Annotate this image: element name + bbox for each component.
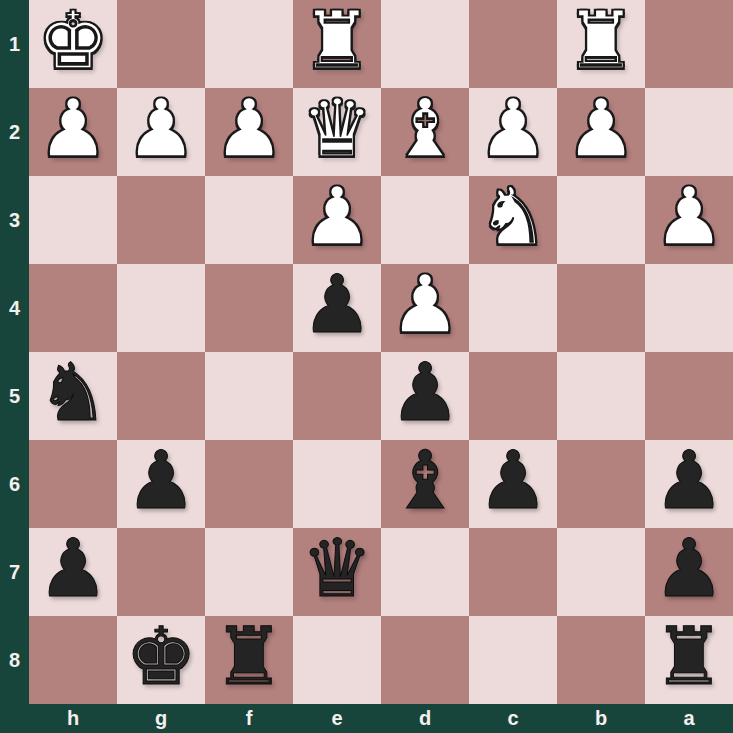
- square-e4[interactable]: ♟: [293, 264, 381, 352]
- rank-label-2: 2: [0, 88, 29, 176]
- rank-label-3: 3: [0, 176, 29, 264]
- file-label-g: g: [117, 704, 205, 733]
- square-d2[interactable]: ♝: [381, 88, 469, 176]
- square-e1[interactable]: ♜: [293, 0, 381, 88]
- square-g6[interactable]: ♟: [117, 440, 205, 528]
- square-h7[interactable]: ♟: [29, 528, 117, 616]
- square-c2[interactable]: ♟: [469, 88, 557, 176]
- rank-label-4: 4: [0, 264, 29, 352]
- white-rook[interactable]: ♜: [565, 0, 637, 85]
- square-g3[interactable]: [117, 176, 205, 264]
- square-c6[interactable]: ♟: [469, 440, 557, 528]
- white-bishop[interactable]: ♝: [389, 88, 461, 173]
- square-a6[interactable]: ♟: [645, 440, 733, 528]
- white-queen[interactable]: ♛: [301, 88, 373, 173]
- square-a2[interactable]: [645, 88, 733, 176]
- file-label-f: f: [205, 704, 293, 733]
- file-label-c: c: [469, 704, 557, 733]
- square-g4[interactable]: [117, 264, 205, 352]
- square-f7[interactable]: [205, 528, 293, 616]
- square-g7[interactable]: [117, 528, 205, 616]
- square-h1[interactable]: ♚: [29, 0, 117, 88]
- square-c7[interactable]: [469, 528, 557, 616]
- square-d6[interactable]: ♝: [381, 440, 469, 528]
- square-b1[interactable]: ♜: [557, 0, 645, 88]
- board-corner: [0, 704, 29, 733]
- square-f8[interactable]: ♜: [205, 616, 293, 704]
- square-c8[interactable]: [469, 616, 557, 704]
- file-label-b: b: [557, 704, 645, 733]
- white-knight[interactable]: ♞: [477, 176, 549, 261]
- white-pawn[interactable]: ♟: [37, 88, 109, 173]
- square-g8[interactable]: ♚: [117, 616, 205, 704]
- black-pawn[interactable]: ♟: [37, 528, 109, 613]
- black-pawn[interactable]: ♟: [125, 440, 197, 525]
- white-pawn[interactable]: ♟: [213, 88, 285, 173]
- file-label-a: a: [645, 704, 733, 733]
- square-a7[interactable]: ♟: [645, 528, 733, 616]
- square-a8[interactable]: ♜: [645, 616, 733, 704]
- black-rook[interactable]: ♜: [653, 616, 725, 701]
- square-d3[interactable]: [381, 176, 469, 264]
- square-f3[interactable]: [205, 176, 293, 264]
- black-bishop[interactable]: ♝: [389, 440, 461, 525]
- square-c5[interactable]: [469, 352, 557, 440]
- square-e2[interactable]: ♛: [293, 88, 381, 176]
- rank-label-1: 1: [0, 0, 29, 88]
- square-d4[interactable]: ♟: [381, 264, 469, 352]
- square-d1[interactable]: [381, 0, 469, 88]
- white-pawn[interactable]: ♟: [565, 88, 637, 173]
- square-b6[interactable]: [557, 440, 645, 528]
- black-pawn[interactable]: ♟: [477, 440, 549, 525]
- file-label-h: h: [29, 704, 117, 733]
- black-pawn[interactable]: ♟: [653, 440, 725, 525]
- square-b2[interactable]: ♟: [557, 88, 645, 176]
- square-h2[interactable]: ♟: [29, 88, 117, 176]
- square-e5[interactable]: [293, 352, 381, 440]
- white-pawn[interactable]: ♟: [653, 176, 725, 261]
- square-f6[interactable]: [205, 440, 293, 528]
- square-h3[interactable]: [29, 176, 117, 264]
- square-e8[interactable]: [293, 616, 381, 704]
- square-b5[interactable]: [557, 352, 645, 440]
- square-g2[interactable]: ♟: [117, 88, 205, 176]
- rank-label-8: 8: [0, 616, 29, 704]
- black-knight[interactable]: ♞: [37, 352, 109, 437]
- square-c3[interactable]: ♞: [469, 176, 557, 264]
- square-b4[interactable]: [557, 264, 645, 352]
- square-d8[interactable]: [381, 616, 469, 704]
- black-king[interactable]: ♚: [125, 616, 197, 701]
- square-f1[interactable]: [205, 0, 293, 88]
- file-label-e: e: [293, 704, 381, 733]
- rank-label-5: 5: [0, 352, 29, 440]
- black-pawn[interactable]: ♟: [301, 264, 373, 349]
- square-a1[interactable]: [645, 0, 733, 88]
- square-h5[interactable]: ♞: [29, 352, 117, 440]
- file-label-d: d: [381, 704, 469, 733]
- white-pawn[interactable]: ♟: [125, 88, 197, 173]
- black-rook[interactable]: ♜: [213, 616, 285, 701]
- square-d5[interactable]: ♟: [381, 352, 469, 440]
- white-pawn[interactable]: ♟: [389, 264, 461, 349]
- chess-board: 1♚♜♜2♟♟♟♛♝♟♟3♟♞♟4♟♟5♞♟6♟♝♟♟7♟♛♟8♚♜♜hgfed…: [0, 0, 733, 733]
- square-f5[interactable]: [205, 352, 293, 440]
- square-a5[interactable]: [645, 352, 733, 440]
- white-pawn[interactable]: ♟: [301, 176, 373, 261]
- square-b8[interactable]: [557, 616, 645, 704]
- square-h8[interactable]: [29, 616, 117, 704]
- rank-label-7: 7: [0, 528, 29, 616]
- square-a3[interactable]: ♟: [645, 176, 733, 264]
- square-g5[interactable]: [117, 352, 205, 440]
- square-c4[interactable]: [469, 264, 557, 352]
- black-queen[interactable]: ♛: [301, 528, 373, 613]
- square-h6[interactable]: [29, 440, 117, 528]
- black-pawn[interactable]: ♟: [653, 528, 725, 613]
- square-a4[interactable]: [645, 264, 733, 352]
- square-d7[interactable]: [381, 528, 469, 616]
- square-c1[interactable]: [469, 0, 557, 88]
- square-e6[interactable]: [293, 440, 381, 528]
- white-pawn[interactable]: ♟: [477, 88, 549, 173]
- white-king[interactable]: ♚: [37, 0, 109, 85]
- black-pawn[interactable]: ♟: [389, 352, 461, 437]
- square-f2[interactable]: ♟: [205, 88, 293, 176]
- rank-label-6: 6: [0, 440, 29, 528]
- square-g1[interactable]: [117, 0, 205, 88]
- square-e7[interactable]: ♛: [293, 528, 381, 616]
- square-e3[interactable]: ♟: [293, 176, 381, 264]
- square-h4[interactable]: [29, 264, 117, 352]
- square-b3[interactable]: [557, 176, 645, 264]
- square-f4[interactable]: [205, 264, 293, 352]
- white-rook[interactable]: ♜: [301, 0, 373, 85]
- square-b7[interactable]: [557, 528, 645, 616]
